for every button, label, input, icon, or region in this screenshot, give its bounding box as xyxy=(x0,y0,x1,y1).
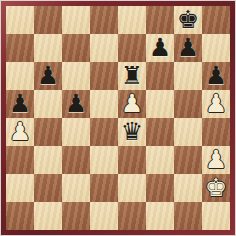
square-e7[interactable] xyxy=(118,34,146,62)
square-a2[interactable] xyxy=(6,174,34,202)
square-b7[interactable] xyxy=(34,34,62,62)
square-b5[interactable] xyxy=(34,90,62,118)
square-f2[interactable] xyxy=(146,174,174,202)
square-f4[interactable] xyxy=(146,118,174,146)
board-frame: ♚♟♟♟♜♟♟♟♟♟♟♛♟♚ xyxy=(0,0,236,236)
square-a7[interactable] xyxy=(6,34,34,62)
square-b4[interactable] xyxy=(34,118,62,146)
square-c6[interactable] xyxy=(62,62,90,90)
black-pawn[interactable]: ♟ xyxy=(205,62,227,90)
square-g1[interactable] xyxy=(174,202,202,230)
square-e1[interactable] xyxy=(118,202,146,230)
square-d5[interactable] xyxy=(90,90,118,118)
black-queen[interactable]: ♛ xyxy=(121,118,143,146)
square-e3[interactable] xyxy=(118,146,146,174)
square-g6[interactable] xyxy=(174,62,202,90)
white-pawn[interactable]: ♟ xyxy=(9,118,31,146)
square-f6[interactable] xyxy=(146,62,174,90)
square-g7[interactable]: ♟ xyxy=(174,34,202,62)
square-c1[interactable] xyxy=(62,202,90,230)
square-c7[interactable] xyxy=(62,34,90,62)
square-a1[interactable] xyxy=(6,202,34,230)
square-g4[interactable] xyxy=(174,118,202,146)
square-h2[interactable]: ♚ xyxy=(202,174,230,202)
square-b8[interactable] xyxy=(34,6,62,34)
square-d7[interactable] xyxy=(90,34,118,62)
square-h7[interactable] xyxy=(202,34,230,62)
square-d8[interactable] xyxy=(90,6,118,34)
black-pawn[interactable]: ♟ xyxy=(9,90,31,118)
square-h3[interactable]: ♟ xyxy=(202,146,230,174)
square-g2[interactable] xyxy=(174,174,202,202)
white-king[interactable]: ♚ xyxy=(205,174,227,202)
square-b1[interactable] xyxy=(34,202,62,230)
square-a4[interactable]: ♟ xyxy=(6,118,34,146)
square-c2[interactable] xyxy=(62,174,90,202)
black-pawn[interactable]: ♟ xyxy=(37,62,59,90)
square-f8[interactable] xyxy=(146,6,174,34)
black-king[interactable]: ♚ xyxy=(177,6,199,34)
square-c4[interactable] xyxy=(62,118,90,146)
square-b3[interactable] xyxy=(34,146,62,174)
square-d2[interactable] xyxy=(90,174,118,202)
square-e8[interactable] xyxy=(118,6,146,34)
square-g5[interactable] xyxy=(174,90,202,118)
square-e5[interactable]: ♟ xyxy=(118,90,146,118)
square-b6[interactable]: ♟ xyxy=(34,62,62,90)
square-e4[interactable]: ♛ xyxy=(118,118,146,146)
black-pawn[interactable]: ♟ xyxy=(149,34,171,62)
square-d6[interactable] xyxy=(90,62,118,90)
white-pawn[interactable]: ♟ xyxy=(205,90,227,118)
square-f7[interactable]: ♟ xyxy=(146,34,174,62)
square-f3[interactable] xyxy=(146,146,174,174)
square-g3[interactable] xyxy=(174,146,202,174)
square-b2[interactable] xyxy=(34,174,62,202)
square-h4[interactable] xyxy=(202,118,230,146)
square-c3[interactable] xyxy=(62,146,90,174)
square-h5[interactable]: ♟ xyxy=(202,90,230,118)
square-h6[interactable]: ♟ xyxy=(202,62,230,90)
square-c5[interactable]: ♟ xyxy=(62,90,90,118)
square-c8[interactable] xyxy=(62,6,90,34)
white-pawn[interactable]: ♟ xyxy=(205,146,227,174)
square-d3[interactable] xyxy=(90,146,118,174)
black-rook[interactable]: ♜ xyxy=(121,62,143,90)
square-a8[interactable] xyxy=(6,6,34,34)
square-d1[interactable] xyxy=(90,202,118,230)
chess-board: ♚♟♟♟♜♟♟♟♟♟♟♛♟♚ xyxy=(6,6,230,230)
square-e2[interactable] xyxy=(118,174,146,202)
square-f1[interactable] xyxy=(146,202,174,230)
square-a3[interactable] xyxy=(6,146,34,174)
square-a6[interactable] xyxy=(6,62,34,90)
square-h8[interactable] xyxy=(202,6,230,34)
square-d4[interactable] xyxy=(90,118,118,146)
white-pawn[interactable]: ♟ xyxy=(121,90,143,118)
black-pawn[interactable]: ♟ xyxy=(65,90,87,118)
black-pawn[interactable]: ♟ xyxy=(177,34,199,62)
square-a5[interactable]: ♟ xyxy=(6,90,34,118)
square-g8[interactable]: ♚ xyxy=(174,6,202,34)
square-e6[interactable]: ♜ xyxy=(118,62,146,90)
square-h1[interactable] xyxy=(202,202,230,230)
square-f5[interactable] xyxy=(146,90,174,118)
